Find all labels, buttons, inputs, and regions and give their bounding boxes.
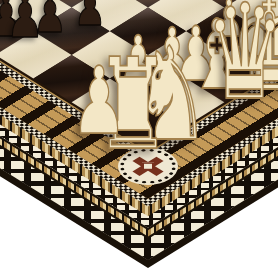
black-pawn[interactable]: ♟ <box>33 0 67 40</box>
chess-set-photo: ♟♟♟♟♟♟♟♝♚♛♟♞♜♟ <box>0 0 278 278</box>
white-queen[interactable]: ♛ <box>206 0 278 119</box>
black-pawn[interactable]: ♟ <box>74 0 106 33</box>
white-pawn[interactable]: ♟ <box>71 55 127 148</box>
